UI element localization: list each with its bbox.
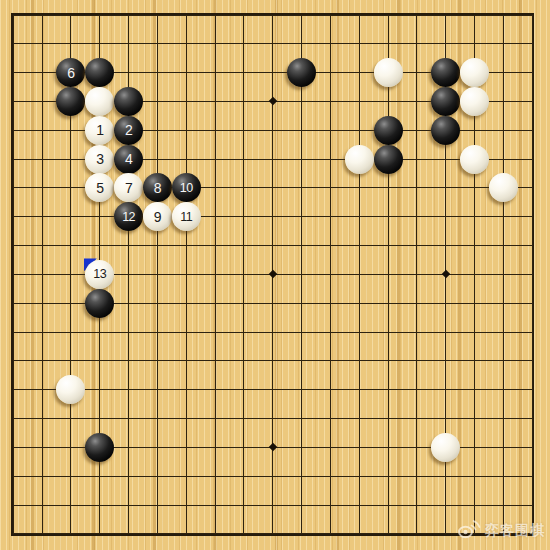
white-stone[interactable] [460,87,489,116]
move-number: 1 [96,123,103,137]
star-point [269,270,277,278]
black-stone[interactable]: 2 [114,116,143,145]
black-stone[interactable] [431,116,460,145]
move-number: 6 [67,66,74,80]
move-number: 8 [154,181,161,195]
grid-line-vertical [388,15,389,534]
white-stone[interactable] [460,145,489,174]
grid-line-horizontal [13,389,532,390]
white-stone[interactable] [345,145,374,174]
watermark: 弈客围棋 [457,518,545,543]
grid-line-vertical [532,15,533,534]
grid-line-vertical [359,15,360,534]
grid-line-vertical [416,15,417,534]
move-number: 3 [96,152,103,166]
star-point [269,97,277,105]
star-point [269,443,277,451]
grid-line-horizontal [13,533,532,534]
move-number: 10 [180,182,193,195]
go-board[interactable]: 弈客围棋 61234578101291113 [0,0,550,550]
black-stone[interactable] [374,145,403,174]
move-number: 4 [125,152,132,166]
move-number: 13 [93,268,106,281]
black-stone[interactable] [374,116,403,145]
grid-line-horizontal [13,505,532,506]
black-stone[interactable] [85,289,114,318]
star-point [441,270,449,278]
move-number: 11 [180,211,192,224]
grid-line-horizontal [13,332,532,333]
white-stone[interactable] [431,433,460,462]
watermark-text: 弈客围棋 [485,522,545,540]
white-stone[interactable]: 11 [172,202,201,231]
move-number: 5 [96,181,103,195]
move-number: 2 [125,123,132,137]
black-stone[interactable] [85,433,114,462]
move-number: 12 [122,211,135,224]
move-number: 9 [154,210,161,224]
white-stone[interactable]: 1 [85,116,114,145]
grid-line-horizontal [13,418,532,419]
white-stone[interactable] [374,58,403,87]
white-stone[interactable]: 3 [85,145,114,174]
move-number: 7 [125,181,132,195]
grid-line-vertical [301,15,302,534]
weibo-icon [457,518,481,543]
grid-line-horizontal [13,360,532,361]
grid-line-vertical [503,15,504,534]
black-stone[interactable] [114,87,143,116]
grid-line-horizontal [13,476,532,477]
black-stone[interactable]: 4 [114,145,143,174]
grid-line-vertical [330,15,331,534]
screenshot: 弈客围棋 61234578101291113 [0,0,550,550]
